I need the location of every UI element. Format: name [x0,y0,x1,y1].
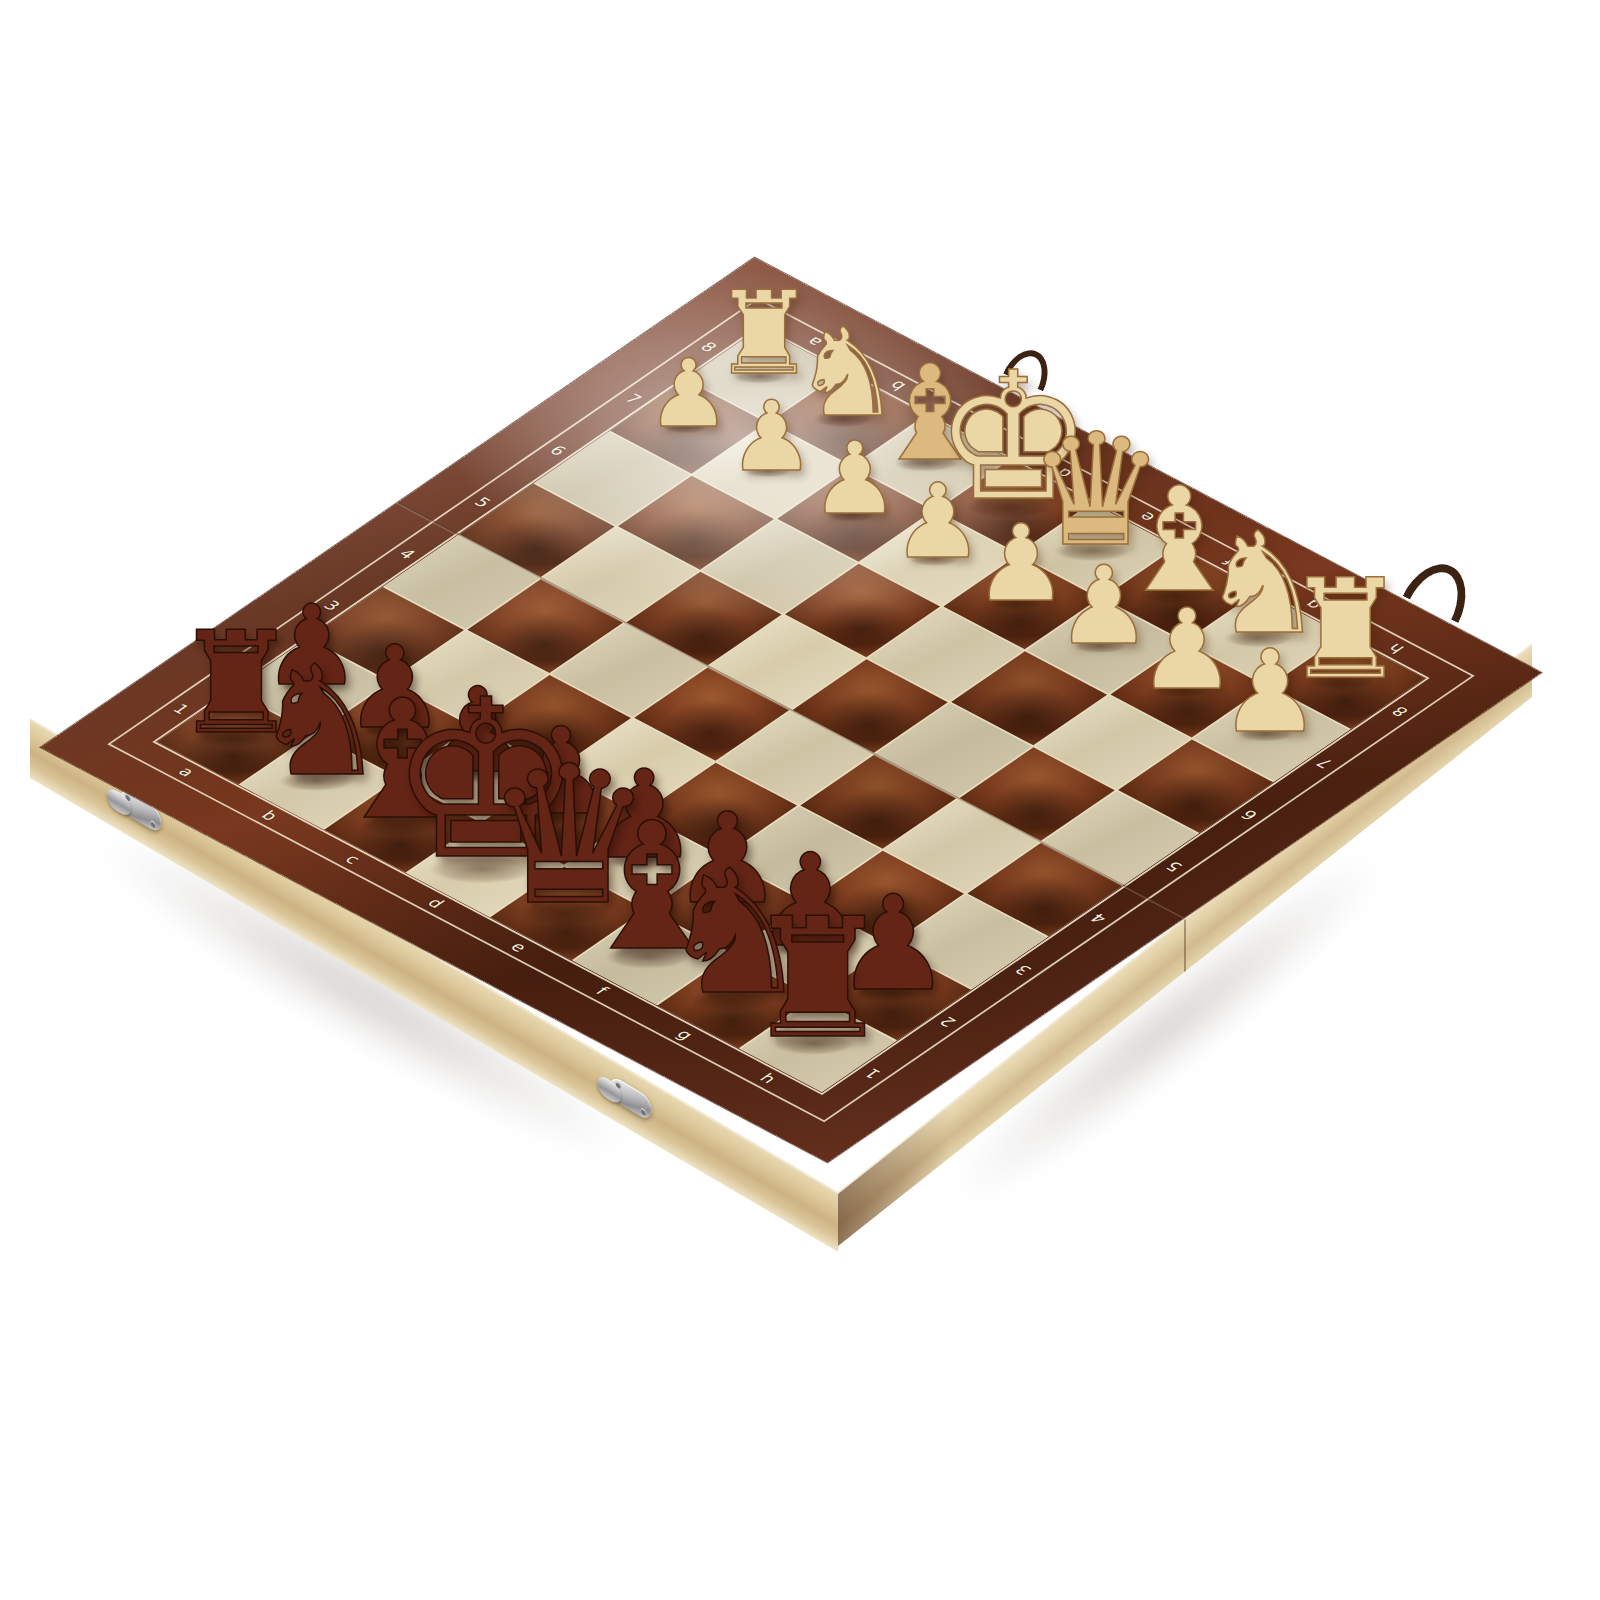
light-pawn-b7[interactable]: ♟ [728,388,815,485]
pieces-layer: ♜♞♝♚♛♝♞♜♟♟♟♟♟♟♟♟♟♟♟♟♟♟♟♟♜♞♝♚♛♝♞♜ [0,0,1600,1600]
chess-set-photo: 1122334455667788aabbccddeeffgghh ♜♞♝♚♛♝♞… [0,0,1600,1600]
light-pawn-d7[interactable]: ♟ [892,470,984,573]
light-pawn-e7[interactable]: ♟ [973,511,1068,617]
light-pawn-c7[interactable]: ♟ [810,429,900,529]
light-pawn-a7[interactable]: ♟ [647,347,731,441]
dark-rook-h1[interactable]: ♜ [744,896,893,1062]
light-pawn-h7[interactable]: ♟ [1219,635,1321,749]
